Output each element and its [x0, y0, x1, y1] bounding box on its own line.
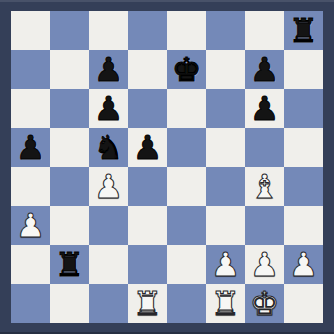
square-f2[interactable]: ♟: [206, 245, 245, 284]
square-e5[interactable]: [167, 128, 206, 167]
black-pawn-icon[interactable]: ♟: [133, 128, 163, 167]
square-e2[interactable]: [167, 245, 206, 284]
black-king-icon[interactable]: ♚: [172, 50, 202, 89]
square-e6[interactable]: [167, 89, 206, 128]
white-pawn-icon[interactable]: ♟: [94, 167, 124, 206]
board-frame: ♜♟♚♟♟♟♟♞♟♟♝♟♜♟♟♟♜♜♚: [0, 0, 334, 334]
square-a6[interactable]: [11, 89, 50, 128]
square-b1[interactable]: [50, 284, 89, 323]
white-king-icon[interactable]: ♚: [250, 284, 280, 323]
square-b2[interactable]: ♜: [50, 245, 89, 284]
square-a4[interactable]: [11, 167, 50, 206]
white-rook-icon[interactable]: ♜: [211, 284, 241, 323]
square-e1[interactable]: [167, 284, 206, 323]
square-b7[interactable]: [50, 50, 89, 89]
square-e7[interactable]: ♚: [167, 50, 206, 89]
white-rook-icon[interactable]: ♜: [133, 284, 163, 323]
white-pawn-icon[interactable]: ♟: [211, 245, 241, 284]
square-c6[interactable]: ♟: [89, 89, 128, 128]
black-pawn-icon[interactable]: ♟: [94, 89, 124, 128]
black-pawn-icon[interactable]: ♟: [16, 128, 46, 167]
square-f7[interactable]: [206, 50, 245, 89]
square-d8[interactable]: [128, 11, 167, 50]
square-h4[interactable]: [284, 167, 323, 206]
black-pawn-icon[interactable]: ♟: [94, 50, 124, 89]
square-e3[interactable]: [167, 206, 206, 245]
square-h3[interactable]: [284, 206, 323, 245]
square-c5[interactable]: ♞: [89, 128, 128, 167]
square-c2[interactable]: [89, 245, 128, 284]
chess-board: ♜♟♚♟♟♟♟♞♟♟♝♟♜♟♟♟♜♜♚: [11, 11, 323, 323]
square-d6[interactable]: [128, 89, 167, 128]
square-g5[interactable]: [245, 128, 284, 167]
square-d4[interactable]: [128, 167, 167, 206]
square-a8[interactable]: [11, 11, 50, 50]
square-h5[interactable]: [284, 128, 323, 167]
square-g7[interactable]: ♟: [245, 50, 284, 89]
square-e4[interactable]: [167, 167, 206, 206]
square-a1[interactable]: [11, 284, 50, 323]
square-g2[interactable]: ♟: [245, 245, 284, 284]
square-g3[interactable]: [245, 206, 284, 245]
square-d5[interactable]: ♟: [128, 128, 167, 167]
white-pawn-icon[interactable]: ♟: [250, 245, 280, 284]
square-a5[interactable]: ♟: [11, 128, 50, 167]
black-rook-icon[interactable]: ♜: [289, 11, 319, 50]
square-c1[interactable]: [89, 284, 128, 323]
square-d2[interactable]: [128, 245, 167, 284]
square-h1[interactable]: [284, 284, 323, 323]
black-pawn-icon[interactable]: ♟: [250, 89, 280, 128]
square-g6[interactable]: ♟: [245, 89, 284, 128]
square-h7[interactable]: [284, 50, 323, 89]
square-b4[interactable]: [50, 167, 89, 206]
square-d1[interactable]: ♜: [128, 284, 167, 323]
square-d3[interactable]: [128, 206, 167, 245]
white-pawn-icon[interactable]: ♟: [16, 206, 46, 245]
square-d7[interactable]: [128, 50, 167, 89]
square-a2[interactable]: [11, 245, 50, 284]
square-b6[interactable]: [50, 89, 89, 128]
black-knight-icon[interactable]: ♞: [94, 128, 124, 167]
square-g4[interactable]: ♝: [245, 167, 284, 206]
square-h6[interactable]: [284, 89, 323, 128]
square-a3[interactable]: ♟: [11, 206, 50, 245]
square-b3[interactable]: [50, 206, 89, 245]
black-rook-icon[interactable]: ♜: [55, 245, 85, 284]
black-pawn-icon[interactable]: ♟: [250, 50, 280, 89]
square-f6[interactable]: [206, 89, 245, 128]
square-c7[interactable]: ♟: [89, 50, 128, 89]
square-a7[interactable]: [11, 50, 50, 89]
square-e8[interactable]: [167, 11, 206, 50]
white-pawn-icon[interactable]: ♟: [289, 245, 319, 284]
white-bishop-icon[interactable]: ♝: [250, 167, 280, 206]
square-f1[interactable]: ♜: [206, 284, 245, 323]
square-f8[interactable]: [206, 11, 245, 50]
square-c3[interactable]: [89, 206, 128, 245]
square-f5[interactable]: [206, 128, 245, 167]
square-b5[interactable]: [50, 128, 89, 167]
square-f3[interactable]: [206, 206, 245, 245]
square-c4[interactable]: ♟: [89, 167, 128, 206]
square-h8[interactable]: ♜: [284, 11, 323, 50]
square-b8[interactable]: [50, 11, 89, 50]
square-g1[interactable]: ♚: [245, 284, 284, 323]
square-g8[interactable]: [245, 11, 284, 50]
square-h2[interactable]: ♟: [284, 245, 323, 284]
square-f4[interactable]: [206, 167, 245, 206]
square-c8[interactable]: [89, 11, 128, 50]
